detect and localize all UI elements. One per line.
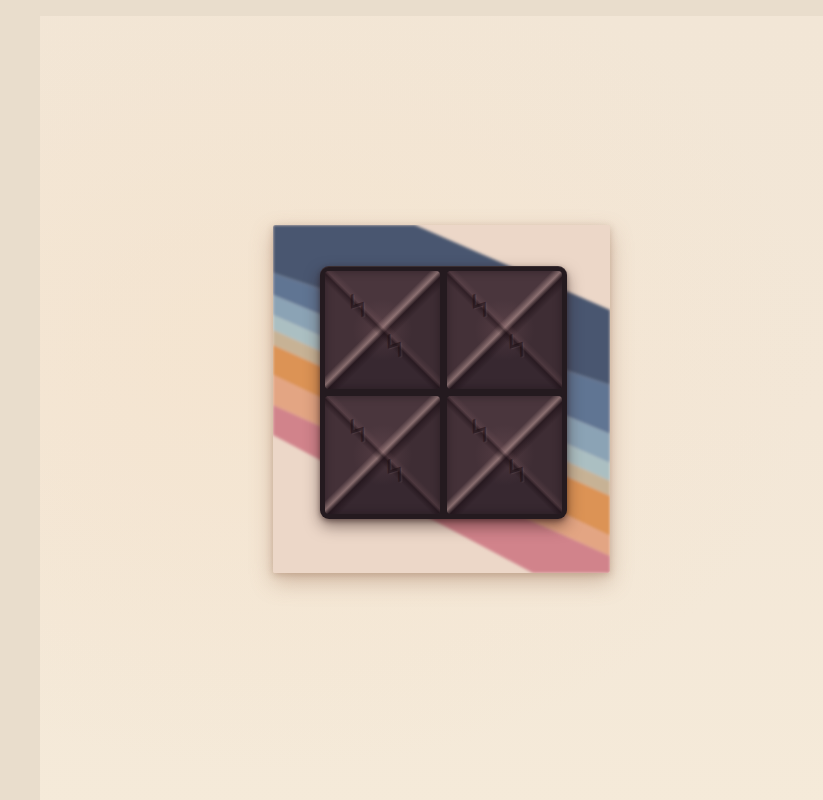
lightning-bolt-emboss-icon: ϟ	[465, 289, 494, 326]
lightning-bolt-emboss-icon: ϟ	[343, 414, 372, 451]
chocolate-square: ϟϟ	[325, 271, 440, 389]
chocolate-square: ϟϟ	[447, 396, 562, 514]
chocolate-square: ϟϟ	[325, 396, 440, 514]
photo-scene: ϟϟϟϟϟϟϟϟ	[40, 16, 823, 800]
lightning-bolt-emboss-icon: ϟ	[502, 329, 531, 366]
lightning-bolt-emboss-icon: ϟ	[380, 454, 409, 491]
chocolate-bar: ϟϟϟϟϟϟϟϟ	[320, 266, 567, 519]
chocolate-box: ϟϟϟϟϟϟϟϟ	[273, 225, 610, 573]
lightning-bolt-emboss-icon: ϟ	[502, 454, 531, 491]
lightning-bolt-emboss-icon: ϟ	[465, 414, 494, 451]
lightning-bolt-emboss-icon: ϟ	[380, 329, 409, 366]
chocolate-square: ϟϟ	[447, 271, 562, 389]
lightning-bolt-emboss-icon: ϟ	[343, 289, 372, 326]
